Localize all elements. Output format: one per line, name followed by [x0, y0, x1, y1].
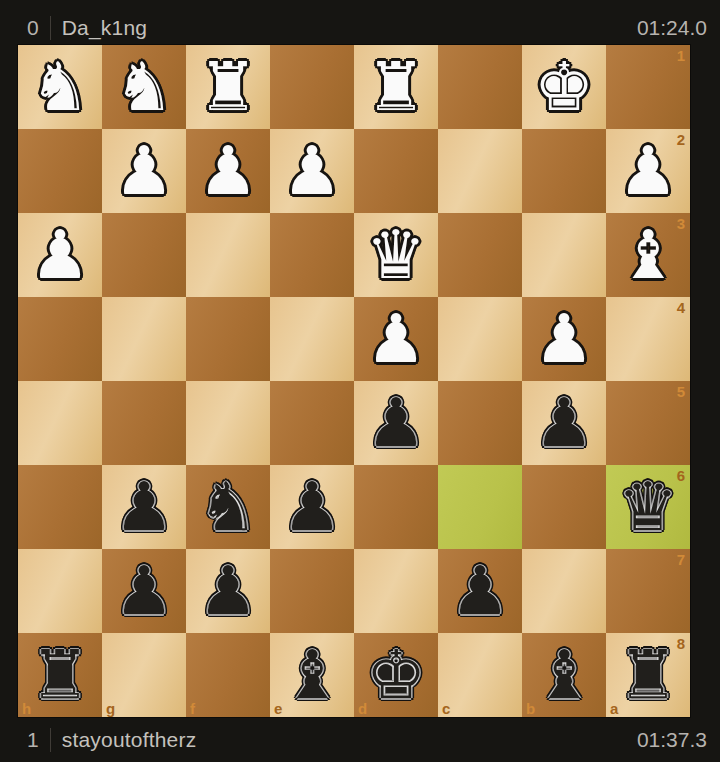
square-d8[interactable]: d♚: [354, 633, 438, 717]
bottom-player-clock: 01:37.3: [637, 728, 720, 752]
square-g6[interactable]: ♟: [102, 465, 186, 549]
square-h8[interactable]: h♜: [18, 633, 102, 717]
black-king-d8[interactable]: ♚: [354, 633, 438, 717]
square-d7[interactable]: [354, 549, 438, 633]
square-g4[interactable]: [102, 297, 186, 381]
black-knight-f6[interactable]: ♞: [186, 465, 270, 549]
bottom-player-bar: 1 stayoutoftherz 01:37.3: [0, 717, 720, 762]
square-f8[interactable]: f: [186, 633, 270, 717]
white-pawn-e2[interactable]: ♟: [270, 129, 354, 213]
square-b8[interactable]: b♝: [522, 633, 606, 717]
white-king-b1[interactable]: ♚: [522, 45, 606, 129]
square-g7[interactable]: ♟: [102, 549, 186, 633]
bottom-player-score: 1: [0, 728, 39, 752]
square-c1[interactable]: [438, 45, 522, 129]
square-h2[interactable]: [18, 129, 102, 213]
square-e5[interactable]: [270, 381, 354, 465]
square-g2[interactable]: ♟: [102, 129, 186, 213]
square-b4[interactable]: ♟: [522, 297, 606, 381]
rank-label-5: 5: [677, 383, 685, 400]
square-b2[interactable]: [522, 129, 606, 213]
square-e7[interactable]: [270, 549, 354, 633]
square-g3[interactable]: [102, 213, 186, 297]
file-label-f: f: [190, 700, 195, 717]
square-a7[interactable]: 7: [606, 549, 690, 633]
black-pawn-g6[interactable]: ♟: [102, 465, 186, 549]
square-a5[interactable]: 5: [606, 381, 690, 465]
square-e6[interactable]: ♟: [270, 465, 354, 549]
white-pawn-a2[interactable]: ♟: [606, 129, 690, 213]
square-a2[interactable]: 2♟: [606, 129, 690, 213]
square-b7[interactable]: [522, 549, 606, 633]
square-c7[interactable]: ♟: [438, 549, 522, 633]
square-f1[interactable]: ♜: [186, 45, 270, 129]
square-c2[interactable]: [438, 129, 522, 213]
white-knight-g1[interactable]: ♞: [102, 45, 186, 129]
top-player-name: Da_k1ng: [62, 16, 147, 40]
square-f4[interactable]: [186, 297, 270, 381]
square-d2[interactable]: [354, 129, 438, 213]
square-e8[interactable]: e♝: [270, 633, 354, 717]
black-rook-h8[interactable]: ♜: [18, 633, 102, 717]
square-h4[interactable]: [18, 297, 102, 381]
file-label-c: c: [442, 700, 450, 717]
black-bishop-e8[interactable]: ♝: [270, 633, 354, 717]
black-pawn-g7[interactable]: ♟: [102, 549, 186, 633]
square-f6[interactable]: ♞: [186, 465, 270, 549]
square-a8[interactable]: 8a♜: [606, 633, 690, 717]
square-d4[interactable]: ♟: [354, 297, 438, 381]
black-pawn-c7[interactable]: ♟: [438, 549, 522, 633]
rank-label-4: 4: [677, 299, 685, 316]
square-d6[interactable]: [354, 465, 438, 549]
square-e4[interactable]: [270, 297, 354, 381]
square-b3[interactable]: [522, 213, 606, 297]
black-bishop-b8[interactable]: ♝: [522, 633, 606, 717]
square-f5[interactable]: [186, 381, 270, 465]
square-c3[interactable]: [438, 213, 522, 297]
square-a1[interactable]: 1: [606, 45, 690, 129]
chess-board[interactable]: ♞♞♜♜♚1♟♟♟2♟♟♛3♝♟♟4♟♟5♟♞♟6♛♟♟♟7h♜gfe♝d♚cb…: [18, 45, 690, 717]
white-pawn-d4[interactable]: ♟: [354, 297, 438, 381]
square-d1[interactable]: ♜: [354, 45, 438, 129]
black-queen-a6[interactable]: ♛: [606, 465, 690, 549]
top-player-clock: 01:24.0: [637, 16, 720, 40]
white-pawn-g2[interactable]: ♟: [102, 129, 186, 213]
rank-label-7: 7: [677, 551, 685, 568]
file-label-g: g: [106, 700, 115, 717]
black-pawn-d5[interactable]: ♟: [354, 381, 438, 465]
square-h5[interactable]: [18, 381, 102, 465]
square-g5[interactable]: [102, 381, 186, 465]
square-g8[interactable]: g: [102, 633, 186, 717]
square-e3[interactable]: [270, 213, 354, 297]
score-name-divider: [50, 728, 51, 752]
square-g1[interactable]: ♞: [102, 45, 186, 129]
square-c6[interactable]: [438, 465, 522, 549]
square-h7[interactable]: [18, 549, 102, 633]
square-b1[interactable]: ♚: [522, 45, 606, 129]
black-rook-a8[interactable]: ♜: [606, 633, 690, 717]
square-f3[interactable]: [186, 213, 270, 297]
square-f7[interactable]: ♟: [186, 549, 270, 633]
top-player-score: 0: [0, 16, 39, 40]
square-h1[interactable]: ♞: [18, 45, 102, 129]
square-a3[interactable]: 3♝: [606, 213, 690, 297]
square-e2[interactable]: ♟: [270, 129, 354, 213]
top-player-bar: 0 Da_k1ng 01:24.0: [0, 0, 720, 45]
black-pawn-f7[interactable]: ♟: [186, 549, 270, 633]
square-c4[interactable]: [438, 297, 522, 381]
black-pawn-b5[interactable]: ♟: [522, 381, 606, 465]
square-d5[interactable]: ♟: [354, 381, 438, 465]
white-knight-h1[interactable]: ♞: [18, 45, 102, 129]
rank-label-1: 1: [677, 47, 685, 64]
white-bishop-a3[interactable]: ♝: [606, 213, 690, 297]
square-h3[interactable]: ♟: [18, 213, 102, 297]
white-rook-d1[interactable]: ♜: [354, 45, 438, 129]
square-b5[interactable]: ♟: [522, 381, 606, 465]
bottom-player-name: stayoutoftherz: [62, 728, 197, 752]
white-pawn-h3[interactable]: ♟: [18, 213, 102, 297]
square-a6[interactable]: 6♛: [606, 465, 690, 549]
white-pawn-f2[interactable]: ♟: [186, 129, 270, 213]
square-b6[interactable]: [522, 465, 606, 549]
square-c5[interactable]: [438, 381, 522, 465]
square-e1[interactable]: [270, 45, 354, 129]
white-rook-f1[interactable]: ♜: [186, 45, 270, 129]
black-pawn-e6[interactable]: ♟: [270, 465, 354, 549]
white-pawn-b4[interactable]: ♟: [522, 297, 606, 381]
score-name-divider: [50, 16, 51, 40]
square-f2[interactable]: ♟: [186, 129, 270, 213]
square-a4[interactable]: 4: [606, 297, 690, 381]
white-queen-d3[interactable]: ♛: [354, 213, 438, 297]
square-h6[interactable]: [18, 465, 102, 549]
square-c8[interactable]: c: [438, 633, 522, 717]
square-d3[interactable]: ♛: [354, 213, 438, 297]
